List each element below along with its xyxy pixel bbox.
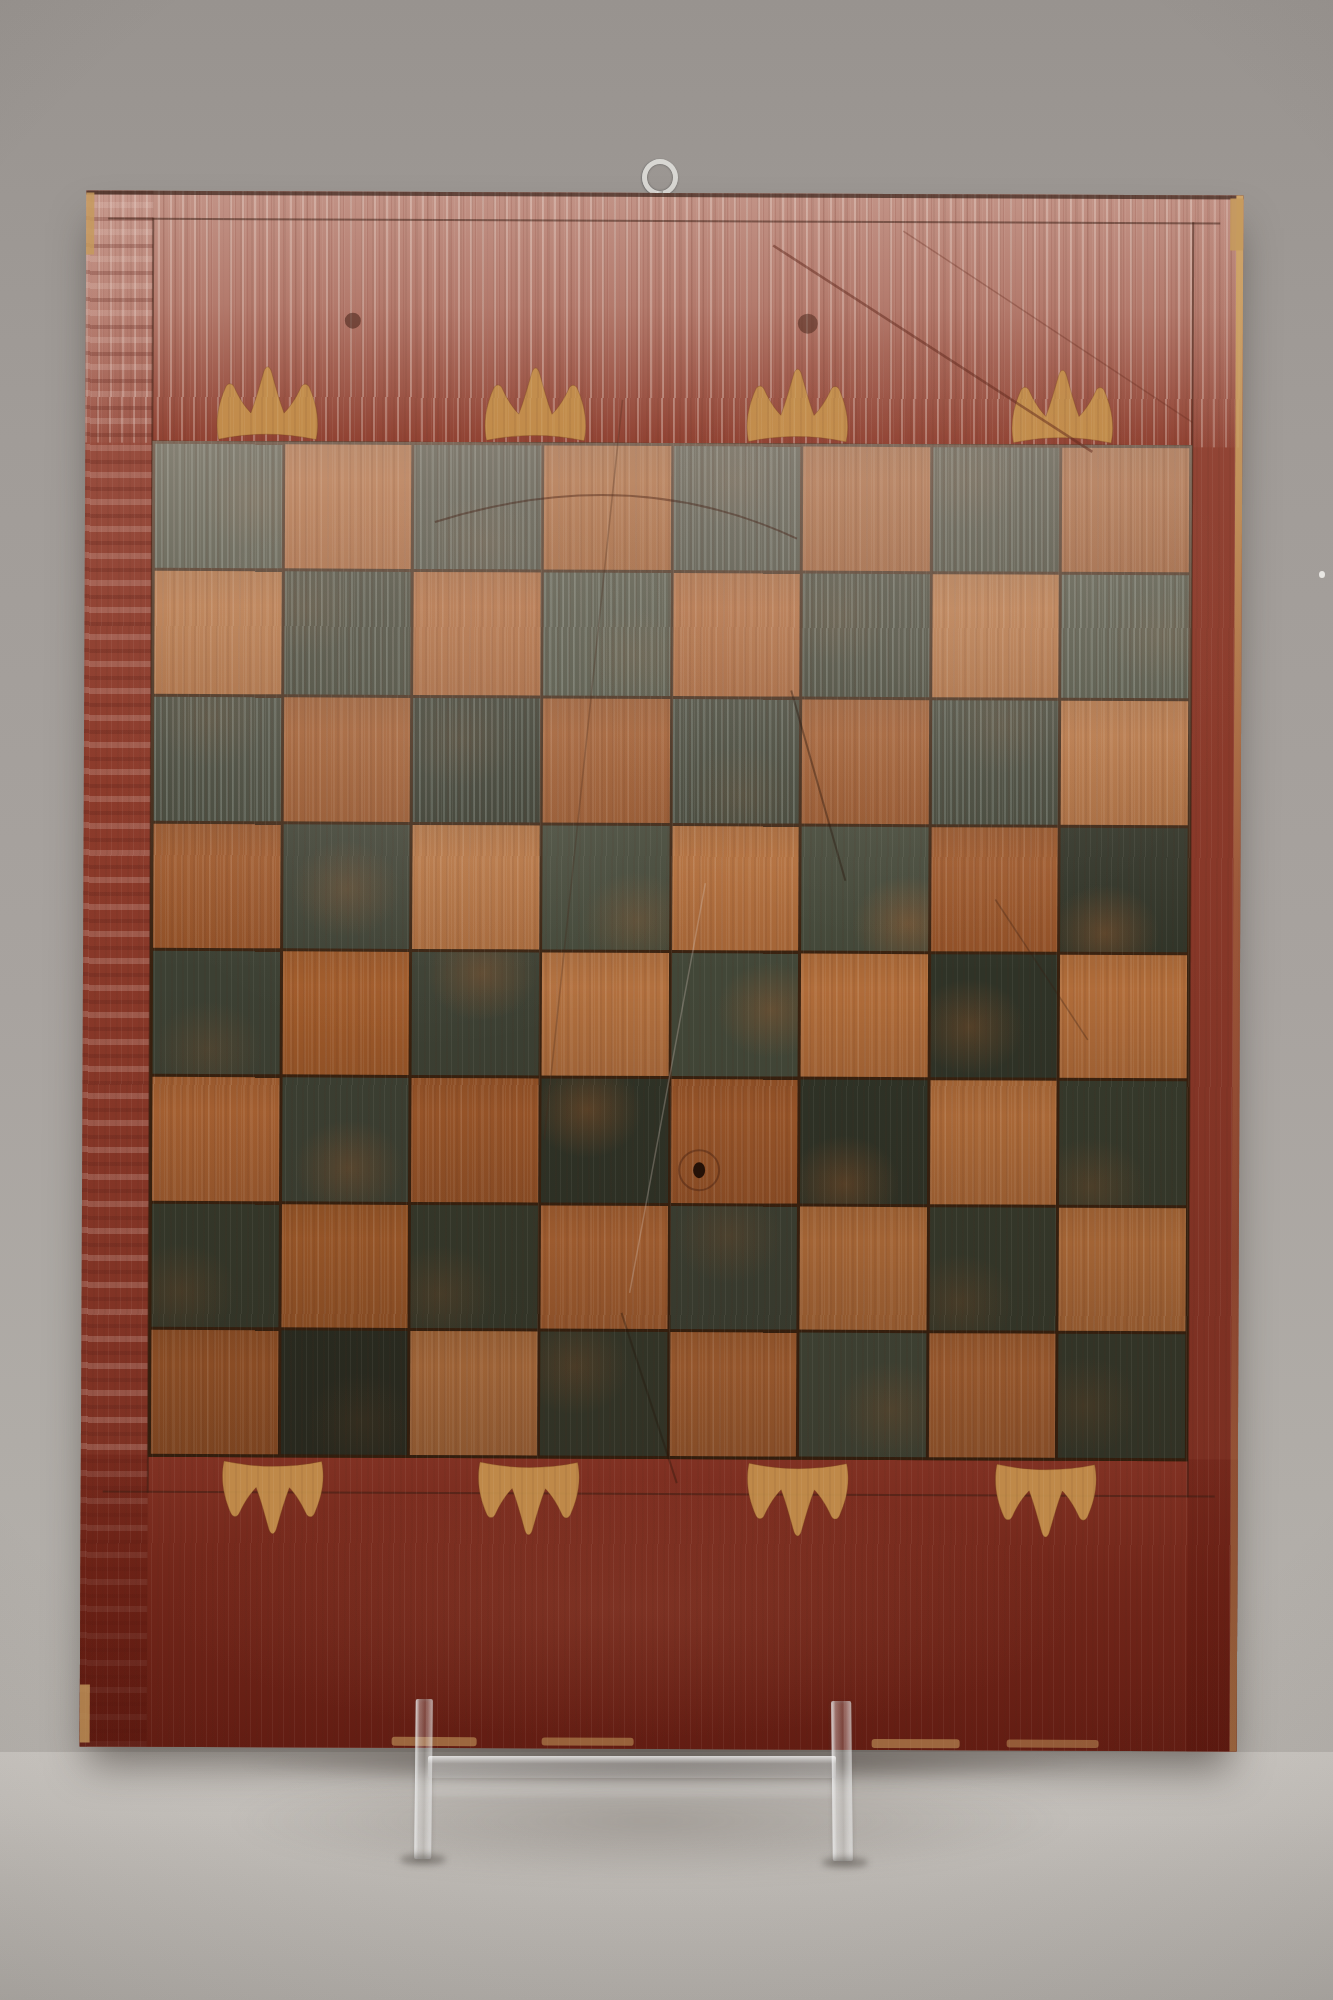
board-cell: [154, 697, 281, 821]
checkers-grid: [148, 441, 1192, 1462]
board-cell: [152, 1077, 279, 1201]
board-cell: [802, 700, 929, 824]
board-cell: [1060, 828, 1187, 952]
board-cell: [803, 447, 930, 571]
wood-chip: [392, 1737, 477, 1746]
board-cell: [932, 574, 1059, 698]
board-cell: [673, 573, 800, 697]
wood-chip: [86, 192, 94, 254]
wood-chip: [1007, 1740, 1099, 1748]
board-cell: [1059, 1081, 1186, 1205]
board-cell: [673, 446, 800, 570]
board-cell: [541, 1079, 668, 1203]
board-cell: [802, 573, 929, 697]
board-cell: [284, 444, 411, 568]
board-cell: [670, 1206, 797, 1330]
board-cell: [543, 699, 670, 823]
dust-speck: [1319, 571, 1325, 578]
board-cell: [671, 953, 798, 1077]
wood-chip: [1230, 198, 1243, 250]
board-cell: [155, 444, 282, 568]
board-border-bottom: [80, 1454, 1238, 1751]
board-cell: [154, 570, 281, 694]
board-cell: [799, 1333, 926, 1457]
scribed-line-bottom: [103, 1491, 1215, 1498]
board-cell: [930, 954, 1057, 1078]
board-cell: [1060, 954, 1187, 1078]
board-cell: [411, 1205, 538, 1329]
hanging-ring-icon: [642, 159, 678, 196]
crown-icon: [208, 361, 326, 444]
crown-icon: [739, 1459, 857, 1542]
board-cell: [800, 1206, 927, 1330]
display-stand-left-upright: [414, 1699, 433, 1859]
board-cell: [540, 1332, 667, 1456]
board-cell: [153, 824, 280, 948]
board-cell: [540, 1205, 667, 1329]
board-cell: [412, 825, 539, 949]
board-border-top: [85, 190, 1243, 447]
board-cell: [932, 447, 1059, 571]
board-cell: [153, 950, 280, 1074]
board-cell: [281, 1204, 408, 1328]
board-cell: [1061, 701, 1188, 825]
board-cell: [410, 1331, 537, 1455]
crown-icon: [214, 1457, 332, 1540]
board-cell: [670, 1079, 797, 1203]
board-cell: [672, 826, 799, 950]
board-cell: [1059, 1207, 1186, 1331]
board-cell: [800, 1080, 927, 1204]
scribed-line-left: [147, 218, 155, 1493]
scratch-marks: [80, 190, 1244, 1751]
crown-icon: [470, 1458, 588, 1541]
scribed-line-right: [1187, 222, 1195, 1497]
board-cell: [931, 700, 1058, 824]
grid-weathering-overlay: [148, 441, 1192, 1462]
stand-foot-shadow: [400, 1854, 446, 1865]
crown-icon: [987, 1460, 1105, 1543]
board-cell: [414, 445, 541, 569]
display-stand-reflection: [430, 1780, 834, 1796]
board-cell: [1062, 574, 1189, 698]
board-cell: [281, 1331, 408, 1455]
board-cell: [282, 951, 409, 1075]
board-cell: [801, 953, 928, 1077]
board-cell: [282, 1077, 409, 1201]
wood-chip: [872, 1739, 960, 1748]
board-cell: [1058, 1334, 1185, 1458]
varnish-sheen: [80, 190, 1244, 1751]
board-cell: [151, 1204, 278, 1328]
board-cell: [544, 445, 671, 569]
board-cell: [413, 572, 540, 696]
board-cell: [672, 699, 799, 823]
wood-chip: [542, 1737, 634, 1745]
board-border-left: [80, 190, 154, 1746]
board-cell: [541, 952, 668, 1076]
board-cell: [929, 1334, 1056, 1458]
wood-chip: [80, 1684, 90, 1742]
crown-icon: [1003, 364, 1121, 447]
board-cell: [412, 951, 539, 1075]
board-cell: [543, 572, 670, 696]
wood-grain-texture: [80, 190, 1244, 1751]
board-cell: [1062, 448, 1189, 572]
scribed-line-top: [108, 218, 1220, 225]
board-cell: [411, 1078, 538, 1202]
board-cell: [930, 1080, 1057, 1204]
photo-backdrop: [0, 0, 1333, 2000]
board-cell: [931, 827, 1058, 951]
stand-foot-shadow: [822, 1857, 868, 1868]
game-board: [80, 190, 1244, 1751]
board-cell: [283, 824, 410, 948]
display-stand-crossbar: [428, 1756, 836, 1778]
board-cell: [151, 1330, 278, 1454]
board-cell: [801, 826, 928, 950]
crown-icon: [476, 362, 594, 445]
board-cell: [929, 1207, 1056, 1331]
board-cell: [283, 698, 410, 822]
board-border-right: [1187, 195, 1244, 1751]
board-cell: [284, 571, 411, 695]
board-cell: [669, 1332, 796, 1456]
board-cell: [413, 698, 540, 822]
display-stand-right-upright: [831, 1701, 853, 1861]
bare-wood-edge: [1230, 196, 1244, 1752]
crown-icon: [738, 363, 856, 446]
board-cell: [542, 825, 669, 949]
